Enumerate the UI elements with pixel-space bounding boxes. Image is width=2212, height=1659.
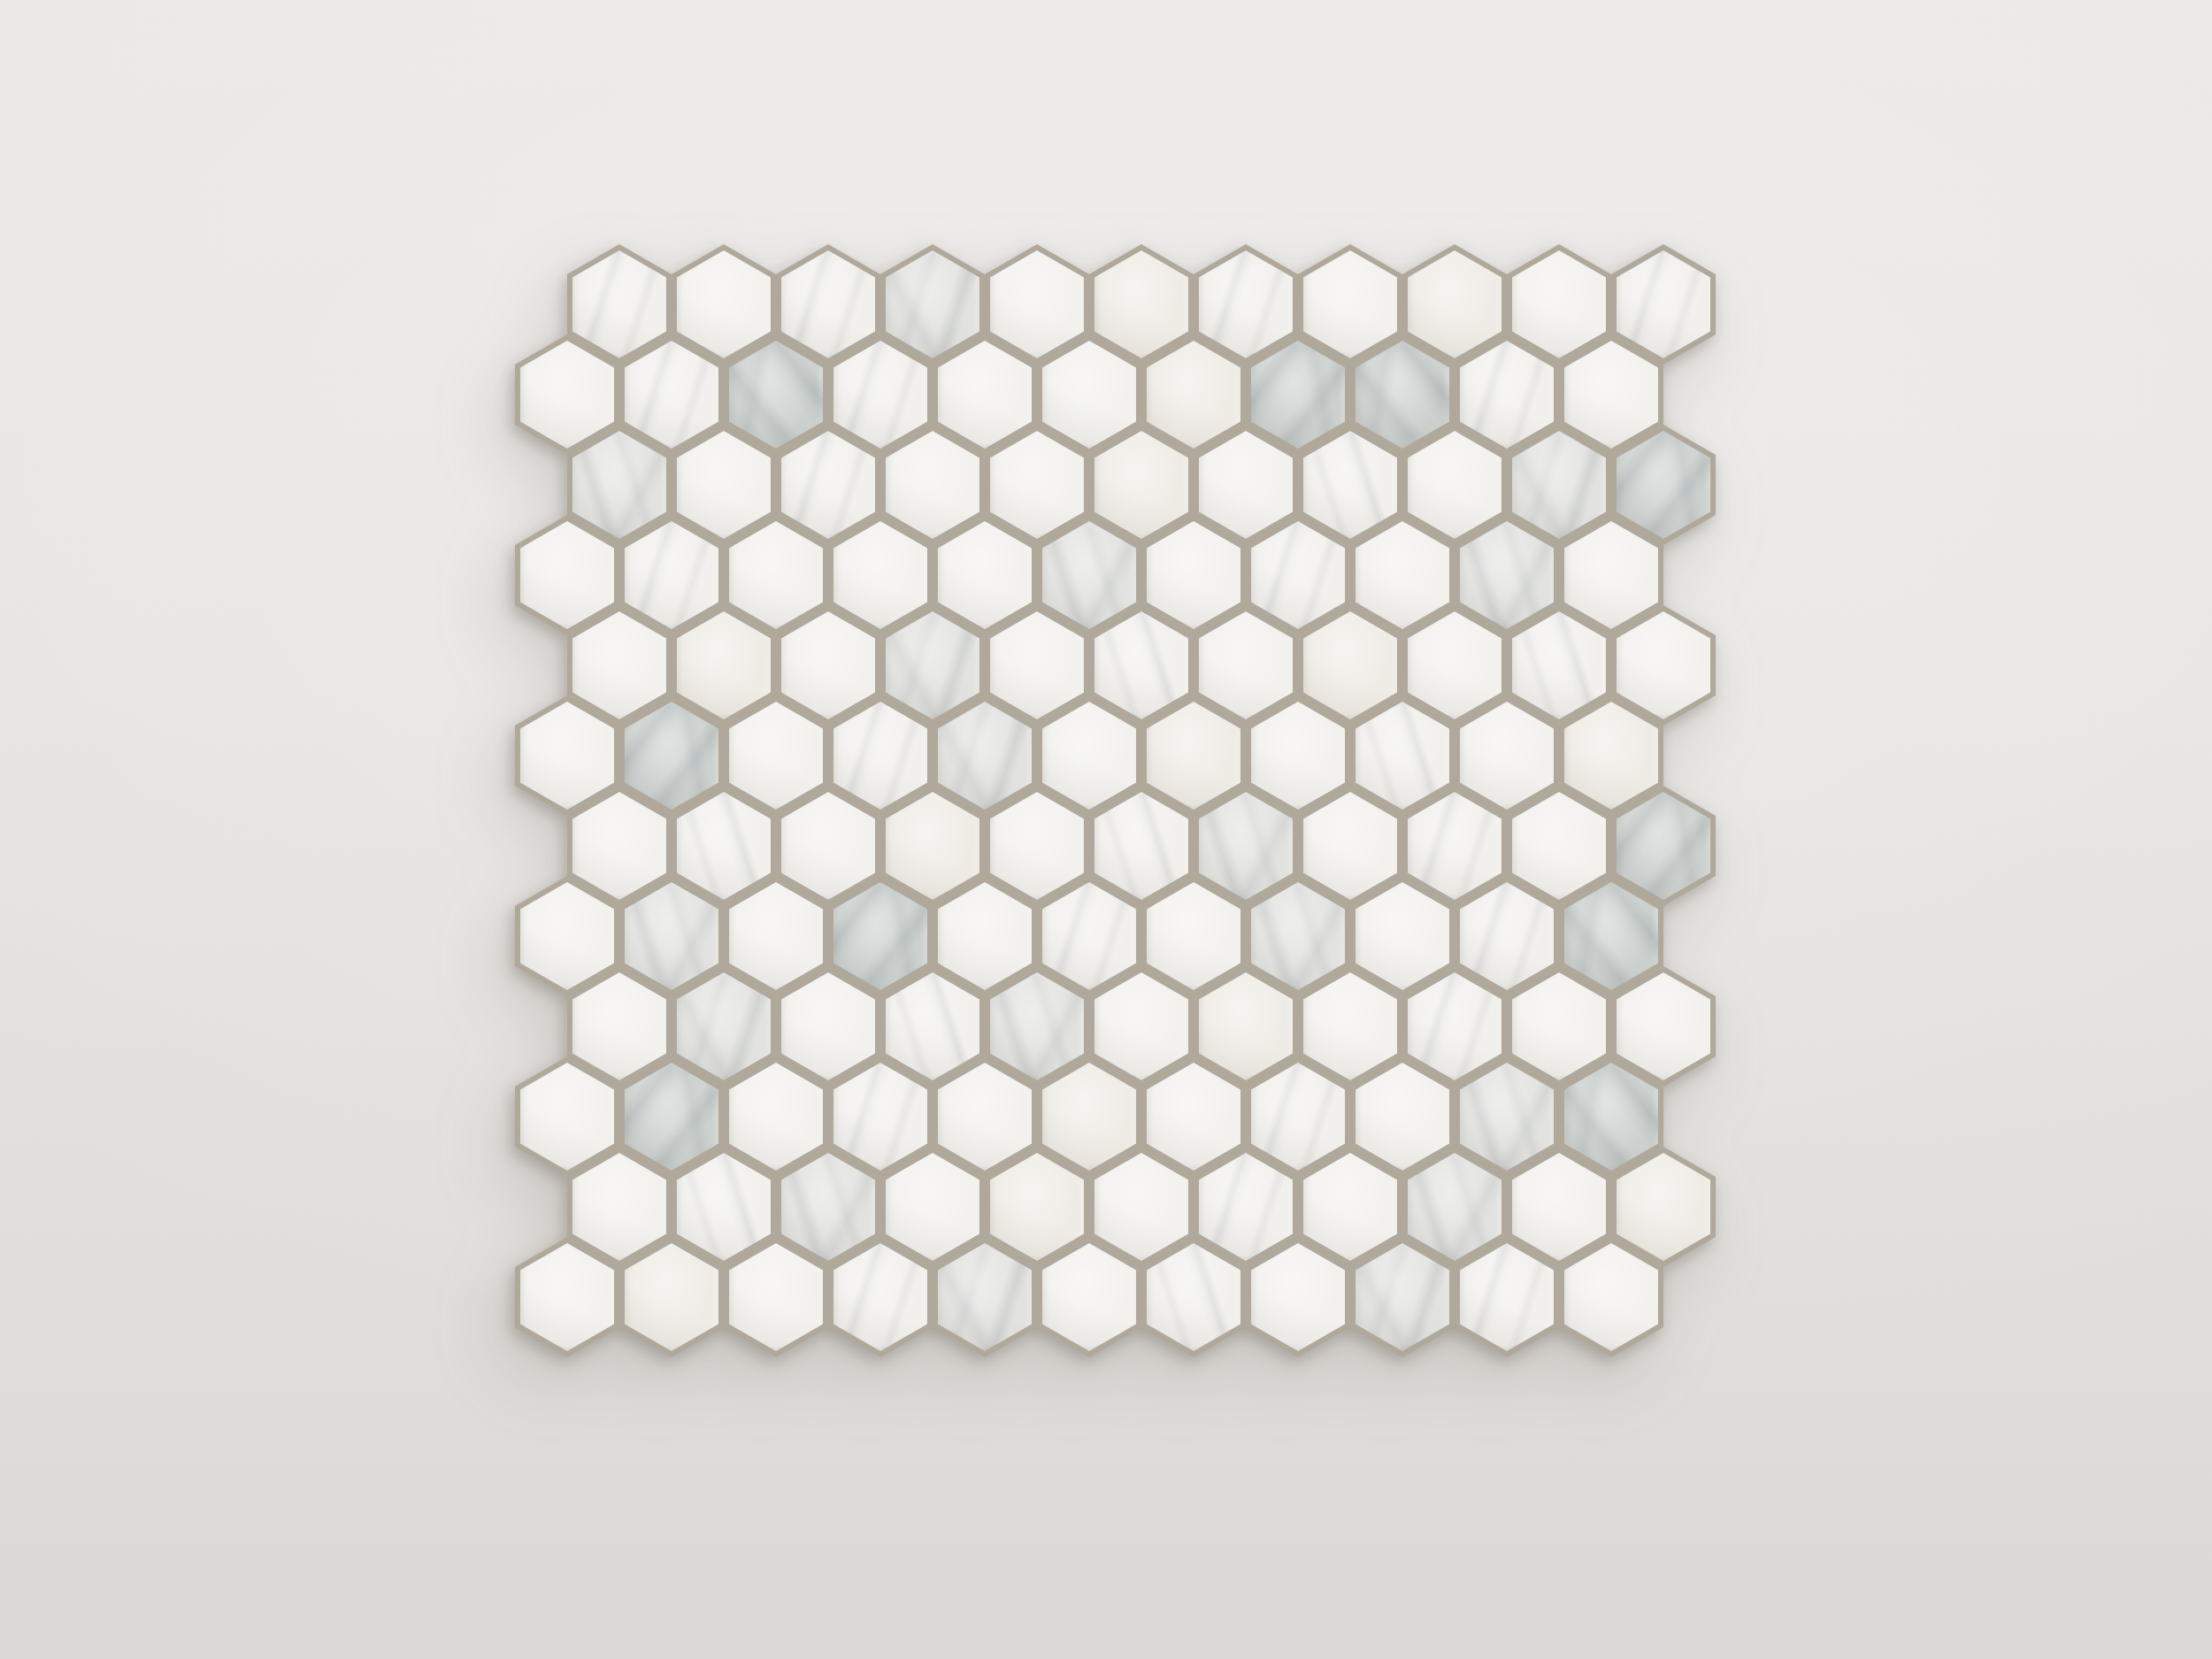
- hex-tile: [990, 1153, 1084, 1261]
- marble-veining: [625, 1063, 718, 1171]
- hex-tile: [1356, 341, 1449, 449]
- hex-tile: [1617, 1153, 1710, 1261]
- hex-tile: [1460, 1243, 1554, 1351]
- hex-tile: [781, 250, 875, 358]
- marble-veining: [1199, 1153, 1293, 1261]
- hex-tile: [1564, 341, 1658, 449]
- marble-veining: [1094, 792, 1188, 900]
- hex-tile: [938, 1243, 1032, 1351]
- hex-tile: [1094, 1153, 1188, 1261]
- hex-tile: [833, 1243, 927, 1351]
- hex-tile: [677, 1153, 771, 1261]
- hex-tile: [1617, 250, 1710, 358]
- marble-veining: [677, 792, 771, 900]
- hex-tile: [572, 792, 666, 900]
- marble-veining: [625, 882, 718, 990]
- marble-veining: [1356, 1243, 1449, 1351]
- hex-tile: [833, 521, 927, 629]
- hex-tile: [886, 792, 979, 900]
- hex-tile: [1564, 521, 1658, 629]
- mosaic-sheet: [0, 0, 2212, 1659]
- hex-tile: [886, 1153, 979, 1261]
- marble-veining: [1512, 611, 1606, 719]
- hex-tile: [1356, 1063, 1449, 1171]
- hex-tile: [1147, 882, 1240, 990]
- hex-tile: [677, 972, 771, 1080]
- hex-tile: [520, 341, 614, 449]
- hex-tile: [1303, 972, 1397, 1080]
- hex-tile: [729, 882, 823, 990]
- hex-tile: [938, 882, 1032, 990]
- hex-tile: [990, 431, 1084, 539]
- hex-tile: [1094, 792, 1188, 900]
- marble-veining: [886, 250, 979, 358]
- hex-tile: [1147, 1243, 1240, 1351]
- hex-tile: [1094, 972, 1188, 1080]
- hex-tile: [1094, 611, 1188, 719]
- marble-veining: [1251, 341, 1345, 449]
- marble-veining: [1617, 250, 1710, 358]
- hex-tile: [1564, 1063, 1658, 1171]
- marble-veining: [1042, 882, 1136, 990]
- hex-tile: [1512, 792, 1606, 900]
- marble-veining: [1356, 341, 1449, 449]
- hex-tile: [1147, 341, 1240, 449]
- hex-tile: [1303, 792, 1397, 900]
- marble-veining: [781, 1153, 875, 1261]
- hex-tile: [625, 341, 718, 449]
- marble-veining: [1564, 882, 1658, 990]
- marble-veining: [1408, 1153, 1502, 1261]
- hex-tile: [1199, 250, 1293, 358]
- hex-tile: [1564, 702, 1658, 810]
- hex-tile: [520, 1243, 614, 1351]
- marble-veining: [1460, 341, 1554, 449]
- hex-tile: [781, 792, 875, 900]
- hex-tile: [572, 1153, 666, 1261]
- hex-tile: [520, 521, 614, 629]
- hex-tile: [1251, 521, 1345, 629]
- hex-tile: [1147, 521, 1240, 629]
- hex-tile: [1512, 431, 1606, 539]
- marble-veining: [677, 1153, 771, 1261]
- marble-veining: [1460, 882, 1554, 990]
- hex-tile: [1617, 431, 1710, 539]
- hex-tile: [833, 702, 927, 810]
- hex-tile: [1303, 431, 1397, 539]
- hex-tile: [520, 882, 614, 990]
- hex-tile: [625, 521, 718, 629]
- marble-veining: [1512, 431, 1606, 539]
- hex-tile: [729, 702, 823, 810]
- hex-tile: [886, 431, 979, 539]
- hex-tile: [1199, 972, 1293, 1080]
- hex-tile: [1460, 1063, 1554, 1171]
- hex-tile: [625, 1243, 718, 1351]
- hex-tile: [1512, 611, 1606, 719]
- marble-veining: [833, 341, 927, 449]
- marble-veining: [833, 1063, 927, 1171]
- hex-tile: [1303, 250, 1397, 358]
- hex-tile: [625, 1063, 718, 1171]
- hex-tile: [572, 972, 666, 1080]
- hex-tile: [1460, 521, 1554, 629]
- marble-veining: [781, 250, 875, 358]
- hex-tile: [1408, 250, 1502, 358]
- hex-tile: [886, 611, 979, 719]
- marble-veining: [1094, 611, 1188, 719]
- hex-tile: [677, 250, 771, 358]
- hex-tile: [1460, 341, 1554, 449]
- hex-tile: [1512, 972, 1606, 1080]
- hex-tile: [1199, 1153, 1293, 1261]
- hex-tile: [781, 611, 875, 719]
- hex-tile: [833, 1063, 927, 1171]
- marble-veining: [886, 611, 979, 719]
- marble-veining: [1251, 521, 1345, 629]
- hex-tile: [677, 431, 771, 539]
- hex-tile: [781, 431, 875, 539]
- hex-tile: [1199, 431, 1293, 539]
- hex-tile: [625, 702, 718, 810]
- hex-tile: [1408, 431, 1502, 539]
- hex-tile: [886, 250, 979, 358]
- marble-veining: [1199, 250, 1293, 358]
- hex-tile: [1094, 431, 1188, 539]
- hex-tile: [1042, 702, 1136, 810]
- hex-tile: [729, 1063, 823, 1171]
- hex-tile: [677, 611, 771, 719]
- hex-tile: [938, 521, 1032, 629]
- hex-tile: [729, 341, 823, 449]
- hex-tile: [1617, 972, 1710, 1080]
- hex-tile: [938, 702, 1032, 810]
- hex-tile: [1408, 972, 1502, 1080]
- hex-tile: [1408, 792, 1502, 900]
- hex-tile: [781, 1153, 875, 1261]
- marble-veining: [1564, 1063, 1658, 1171]
- marble-veining: [1199, 792, 1293, 900]
- hex-tile: [1617, 611, 1710, 719]
- hex-tile: [625, 882, 718, 990]
- marble-veining: [625, 702, 718, 810]
- hex-tile: [886, 972, 979, 1080]
- hex-tile: [1512, 250, 1606, 358]
- hex-tile: [1356, 882, 1449, 990]
- marble-veining: [1408, 972, 1502, 1080]
- marble-veining: [625, 521, 718, 629]
- hex-tile: [1042, 341, 1136, 449]
- hex-tile: [938, 341, 1032, 449]
- marble-veining: [1460, 1243, 1554, 1351]
- hex-tile: [1147, 1063, 1240, 1171]
- marble-veining: [833, 882, 927, 990]
- hex-tile: [572, 431, 666, 539]
- marble-veining: [833, 702, 927, 810]
- hex-tile: [1408, 1153, 1502, 1261]
- hex-tile: [1303, 1153, 1397, 1261]
- marble-veining: [833, 1243, 927, 1351]
- photo-stage: [0, 0, 2212, 1659]
- marble-veining: [1356, 702, 1449, 810]
- hex-tile: [520, 1063, 614, 1171]
- hex-tile: [1356, 1243, 1449, 1351]
- hex-tile: [833, 882, 927, 990]
- marble-veining: [781, 431, 875, 539]
- marble-veining: [1460, 521, 1554, 629]
- marble-veining: [572, 431, 666, 539]
- hex-tile: [1251, 341, 1345, 449]
- hex-tile: [1251, 882, 1345, 990]
- tile-layer: [0, 0, 2212, 1659]
- hex-tile: [1147, 702, 1240, 810]
- hex-tile: [1303, 611, 1397, 719]
- hex-tile: [990, 972, 1084, 1080]
- hex-tile: [677, 792, 771, 900]
- marble-veining: [1617, 792, 1710, 900]
- hex-tile: [990, 611, 1084, 719]
- hex-tile: [1356, 702, 1449, 810]
- marble-veining: [677, 972, 771, 1080]
- hex-tile: [1042, 1243, 1136, 1351]
- hex-tile: [1251, 1243, 1345, 1351]
- hex-tile: [938, 1063, 1032, 1171]
- marble-veining: [1303, 431, 1397, 539]
- hex-tile: [1512, 1153, 1606, 1261]
- hex-tile: [1094, 250, 1188, 358]
- hex-tile: [572, 250, 666, 358]
- hex-tile: [572, 611, 666, 719]
- hex-tile: [1042, 882, 1136, 990]
- hex-tile: [729, 1243, 823, 1351]
- hex-tile: [1460, 882, 1554, 990]
- hex-tile: [1251, 702, 1345, 810]
- hex-tile: [1042, 521, 1136, 629]
- marble-veining: [990, 972, 1084, 1080]
- marble-veining: [886, 972, 979, 1080]
- hex-tile: [1042, 1063, 1136, 1171]
- hex-tile: [990, 250, 1084, 358]
- marble-veining: [625, 341, 718, 449]
- hex-tile: [1460, 702, 1554, 810]
- hex-tile: [1356, 521, 1449, 629]
- hex-tile: [1199, 611, 1293, 719]
- hex-tile: [781, 972, 875, 1080]
- hex-tile: [833, 341, 927, 449]
- marble-veining: [1408, 792, 1502, 900]
- marble-veining: [1147, 1243, 1240, 1351]
- marble-veining: [938, 1243, 1032, 1351]
- hex-tile: [1251, 1063, 1345, 1171]
- hex-tile: [1408, 611, 1502, 719]
- hex-tile: [729, 521, 823, 629]
- hex-tile: [1617, 792, 1710, 900]
- marble-veining: [1251, 882, 1345, 990]
- hex-tile: [1564, 1243, 1658, 1351]
- marble-veining: [572, 250, 666, 358]
- marble-veining: [1042, 521, 1136, 629]
- marble-veining: [1617, 431, 1710, 539]
- hex-tile: [990, 792, 1084, 900]
- hex-tile: [1564, 882, 1658, 990]
- marble-veining: [729, 341, 823, 449]
- hex-tile: [1199, 792, 1293, 900]
- hex-tile: [520, 702, 614, 810]
- marble-veining: [938, 702, 1032, 810]
- marble-veining: [1251, 1063, 1345, 1171]
- marble-veining: [1460, 1063, 1554, 1171]
